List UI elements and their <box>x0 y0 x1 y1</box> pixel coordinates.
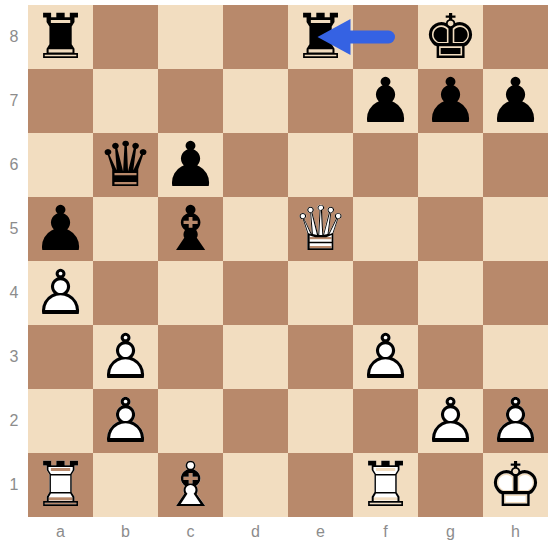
square-g8[interactable]: ♚ <box>418 5 483 69</box>
rank-label-3: 3 <box>0 325 28 389</box>
square-b1[interactable] <box>93 453 158 517</box>
square-f7[interactable]: ♟ <box>353 69 418 133</box>
square-c4[interactable] <box>158 261 223 325</box>
piece-outline: ♔ <box>483 453 548 517</box>
square-h6[interactable] <box>483 133 548 197</box>
white-pawn-piece[interactable]: ♟ <box>353 325 418 389</box>
square-a5[interactable]: ♟ <box>28 197 93 261</box>
black-bishop-piece[interactable]: ♝ <box>158 197 223 261</box>
square-e2[interactable] <box>288 389 353 453</box>
piece-outline: ♖ <box>353 453 418 517</box>
square-h7[interactable]: ♟ <box>483 69 548 133</box>
square-a7[interactable] <box>28 69 93 133</box>
square-g1[interactable] <box>418 453 483 517</box>
file-label-f: f <box>353 517 418 546</box>
square-e6[interactable] <box>288 133 353 197</box>
square-d3[interactable] <box>223 325 288 389</box>
black-pawn-piece[interactable]: ♟ <box>353 69 418 133</box>
piece-outline: ♙ <box>28 261 93 325</box>
square-c6[interactable]: ♟ <box>158 133 223 197</box>
piece-outline: ♙ <box>353 325 418 389</box>
square-a3[interactable] <box>28 325 93 389</box>
piece-outline: ♙ <box>418 389 483 453</box>
square-b6[interactable]: ♛ <box>93 133 158 197</box>
file-label-h: h <box>483 517 548 546</box>
square-c1[interactable]: ♝♗ <box>158 453 223 517</box>
square-d2[interactable] <box>223 389 288 453</box>
rank-label-5: 5 <box>0 197 28 261</box>
white-pawn-piece[interactable]: ♟ <box>28 261 93 325</box>
white-rook-piece[interactable]: ♜ <box>353 453 418 517</box>
square-a6[interactable] <box>28 133 93 197</box>
square-g4[interactable] <box>418 261 483 325</box>
white-pawn-piece[interactable]: ♟ <box>93 325 158 389</box>
square-f1[interactable]: ♜♖ <box>353 453 418 517</box>
piece-outline: ♕ <box>288 197 353 261</box>
black-pawn-piece[interactable]: ♟ <box>418 69 483 133</box>
square-e3[interactable] <box>288 325 353 389</box>
file-label-a: a <box>28 517 93 546</box>
rank-label-6: 6 <box>0 133 28 197</box>
piece-outline: ♙ <box>93 389 158 453</box>
white-bishop-piece[interactable]: ♝ <box>158 453 223 517</box>
square-g7[interactable]: ♟ <box>418 69 483 133</box>
square-a8[interactable]: ♜ <box>28 5 93 69</box>
square-e4[interactable] <box>288 261 353 325</box>
file-label-b: b <box>93 517 158 546</box>
square-e5[interactable]: ♛♕ <box>288 197 353 261</box>
black-rook-piece[interactable]: ♜ <box>288 5 353 69</box>
black-rook-piece[interactable]: ♜ <box>28 5 93 69</box>
rank-label-4: 4 <box>0 261 28 325</box>
rank-label-1: 1 <box>0 453 28 517</box>
black-queen-piece[interactable]: ♛ <box>93 133 158 197</box>
square-a2[interactable] <box>28 389 93 453</box>
square-c7[interactable] <box>158 69 223 133</box>
black-pawn-piece[interactable]: ♟ <box>483 69 548 133</box>
square-c8[interactable] <box>158 5 223 69</box>
square-e1[interactable] <box>288 453 353 517</box>
file-label-c: c <box>158 517 223 546</box>
square-e7[interactable] <box>288 69 353 133</box>
rank-labels: 87654321 <box>0 5 28 517</box>
square-f8[interactable] <box>353 5 418 69</box>
file-label-g: g <box>418 517 483 546</box>
black-pawn-piece[interactable]: ♟ <box>28 197 93 261</box>
white-pawn-piece[interactable]: ♟ <box>93 389 158 453</box>
chess-board: ♜♜♚♟♟♟♛♟♟♝♛♕♟♙♟♙♟♙♟♙♟♙♟♙♜♖♝♗♜♖♚♔ <box>28 5 548 517</box>
square-g5[interactable] <box>418 197 483 261</box>
square-e8[interactable]: ♜ <box>288 5 353 69</box>
square-b7[interactable] <box>93 69 158 133</box>
rank-label-8: 8 <box>0 5 28 69</box>
file-labels: abcdefgh <box>28 517 548 546</box>
file-label-d: d <box>223 517 288 546</box>
square-g6[interactable] <box>418 133 483 197</box>
square-c3[interactable] <box>158 325 223 389</box>
square-g3[interactable] <box>418 325 483 389</box>
square-b5[interactable] <box>93 197 158 261</box>
square-d1[interactable] <box>223 453 288 517</box>
square-c2[interactable] <box>158 389 223 453</box>
square-f6[interactable] <box>353 133 418 197</box>
square-c5[interactable]: ♝ <box>158 197 223 261</box>
piece-outline: ♙ <box>483 389 548 453</box>
white-king-piece[interactable]: ♚ <box>483 453 548 517</box>
white-pawn-piece[interactable]: ♟ <box>418 389 483 453</box>
square-h5[interactable] <box>483 197 548 261</box>
black-pawn-piece[interactable]: ♟ <box>158 133 223 197</box>
piece-outline: ♖ <box>28 453 93 517</box>
square-b4[interactable] <box>93 261 158 325</box>
piece-outline: ♗ <box>158 453 223 517</box>
square-d5[interactable] <box>223 197 288 261</box>
square-h1[interactable]: ♚♔ <box>483 453 548 517</box>
white-queen-piece[interactable]: ♛ <box>288 197 353 261</box>
square-b3[interactable]: ♟♙ <box>93 325 158 389</box>
rank-label-7: 7 <box>0 69 28 133</box>
square-b2[interactable]: ♟♙ <box>93 389 158 453</box>
square-d7[interactable] <box>223 69 288 133</box>
white-rook-piece[interactable]: ♜ <box>28 453 93 517</box>
black-king-piece[interactable]: ♚ <box>418 5 483 69</box>
chess-board-panel: 87654321 ♜♜♚♟♟♟♛♟♟♝♛♕♟♙♟♙♟♙♟♙♟♙♟♙♜♖♝♗♜♖♚… <box>0 0 548 546</box>
square-a1[interactable]: ♜♖ <box>28 453 93 517</box>
square-d6[interactable] <box>223 133 288 197</box>
square-g2[interactable]: ♟♙ <box>418 389 483 453</box>
square-f5[interactable] <box>353 197 418 261</box>
square-b8[interactable] <box>93 5 158 69</box>
square-a4[interactable]: ♟♙ <box>28 261 93 325</box>
square-d4[interactable] <box>223 261 288 325</box>
white-pawn-piece[interactable]: ♟ <box>483 389 548 453</box>
file-label-e: e <box>288 517 353 546</box>
square-h2[interactable]: ♟♙ <box>483 389 548 453</box>
square-h3[interactable] <box>483 325 548 389</box>
square-h8[interactable] <box>483 5 548 69</box>
piece-outline: ♙ <box>93 325 158 389</box>
square-f3[interactable]: ♟♙ <box>353 325 418 389</box>
rank-label-2: 2 <box>0 389 28 453</box>
square-f2[interactable] <box>353 389 418 453</box>
square-d8[interactable] <box>223 5 288 69</box>
square-f4[interactable] <box>353 261 418 325</box>
square-h4[interactable] <box>483 261 548 325</box>
